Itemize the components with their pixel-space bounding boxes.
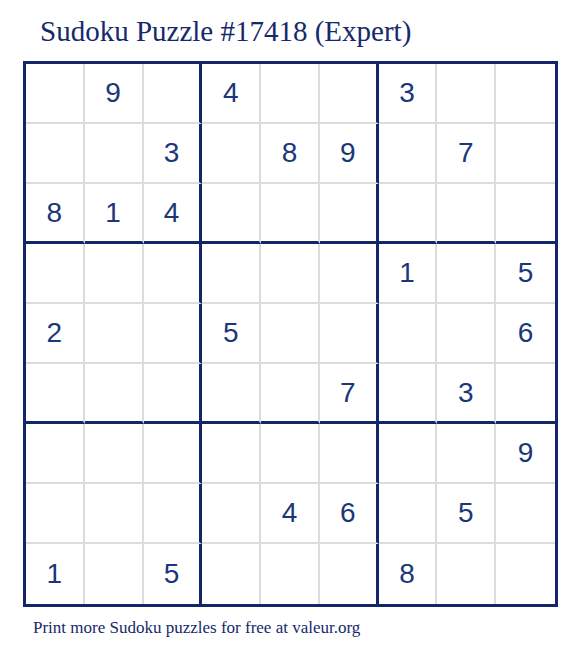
cell-r6c1 [26, 364, 85, 424]
cell-r4c9: 5 [496, 244, 555, 304]
cell-r4c8 [437, 244, 496, 304]
cell-r3c3: 4 [144, 184, 203, 244]
cell-r2c2 [85, 124, 144, 184]
cell-r7c1 [26, 424, 85, 484]
cell-r1c8 [437, 64, 496, 124]
cell-r1c2: 9 [85, 64, 144, 124]
cell-r5c7 [379, 304, 438, 364]
cell-r4c1 [26, 244, 85, 304]
cell-r1c5 [261, 64, 320, 124]
cell-r6c5 [261, 364, 320, 424]
cell-r5c1: 2 [26, 304, 85, 364]
cell-r2c8: 7 [437, 124, 496, 184]
cell-r2c9 [496, 124, 555, 184]
cell-r3c9 [496, 184, 555, 244]
cell-r7c3 [144, 424, 203, 484]
cell-r8c2 [85, 484, 144, 544]
cell-r1c1 [26, 64, 85, 124]
cell-r7c5 [261, 424, 320, 484]
page-title: Sudoku Puzzle #17418 (Expert) [40, 16, 411, 48]
cell-r9c6 [320, 544, 379, 604]
cell-r1c3 [144, 64, 203, 124]
cell-r3c6 [320, 184, 379, 244]
cell-r2c3: 3 [144, 124, 203, 184]
cell-r1c7: 3 [379, 64, 438, 124]
cell-r8c4 [202, 484, 261, 544]
cell-r5c4: 5 [202, 304, 261, 364]
cell-r1c9 [496, 64, 555, 124]
cell-r4c2 [85, 244, 144, 304]
cell-r6c6: 7 [320, 364, 379, 424]
cell-r2c1 [26, 124, 85, 184]
cell-r9c9 [496, 544, 555, 604]
cell-r1c4: 4 [202, 64, 261, 124]
cell-r3c2: 1 [85, 184, 144, 244]
cell-r6c3 [144, 364, 203, 424]
cell-r4c5 [261, 244, 320, 304]
cell-r8c6: 6 [320, 484, 379, 544]
cell-r4c3 [144, 244, 203, 304]
cell-r3c8 [437, 184, 496, 244]
cell-r8c7 [379, 484, 438, 544]
cell-r3c7 [379, 184, 438, 244]
cell-r8c8: 5 [437, 484, 496, 544]
cell-r7c2 [85, 424, 144, 484]
cell-r5c2 [85, 304, 144, 364]
cell-r7c7 [379, 424, 438, 484]
cell-r7c6 [320, 424, 379, 484]
cell-r2c4 [202, 124, 261, 184]
cell-r4c6 [320, 244, 379, 304]
cell-r9c3: 5 [144, 544, 203, 604]
cell-r5c9: 6 [496, 304, 555, 364]
cell-r6c9 [496, 364, 555, 424]
cell-r9c2 [85, 544, 144, 604]
cell-r5c6 [320, 304, 379, 364]
cell-r3c5 [261, 184, 320, 244]
cell-r4c4 [202, 244, 261, 304]
cell-r6c2 [85, 364, 144, 424]
cell-r8c1 [26, 484, 85, 544]
footer-text: Print more Sudoku puzzles for free at va… [33, 618, 360, 638]
cell-r6c8: 3 [437, 364, 496, 424]
cell-r9c8 [437, 544, 496, 604]
cell-r3c1: 8 [26, 184, 85, 244]
cell-r9c5 [261, 544, 320, 604]
cell-r8c9 [496, 484, 555, 544]
cell-r8c5: 4 [261, 484, 320, 544]
cell-r6c4 [202, 364, 261, 424]
cell-r2c5: 8 [261, 124, 320, 184]
cell-r9c7: 8 [379, 544, 438, 604]
sudoku-grid: 943389781415256739465158 [23, 61, 558, 607]
cell-r5c3 [144, 304, 203, 364]
cell-r2c6: 9 [320, 124, 379, 184]
cell-r1c6 [320, 64, 379, 124]
cell-r8c3 [144, 484, 203, 544]
cell-r9c1: 1 [26, 544, 85, 604]
cell-r3c4 [202, 184, 261, 244]
cell-r6c7 [379, 364, 438, 424]
cell-r7c4 [202, 424, 261, 484]
cell-r2c7 [379, 124, 438, 184]
cell-r9c4 [202, 544, 261, 604]
cell-r5c8 [437, 304, 496, 364]
cell-r4c7: 1 [379, 244, 438, 304]
cell-r7c8 [437, 424, 496, 484]
cell-r7c9: 9 [496, 424, 555, 484]
cell-r5c5 [261, 304, 320, 364]
